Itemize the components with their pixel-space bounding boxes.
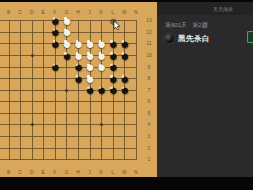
right-coord-8: 8: [148, 76, 151, 81]
right-coord-10: 10: [146, 53, 152, 58]
bottom-coord-B: B: [7, 170, 10, 175]
right-coord-2: 2: [148, 145, 151, 150]
puzzle-title: 第601天 · 第2题: [165, 22, 208, 29]
black-stone: ●: [49, 61, 61, 73]
bottom-coord-N: N: [134, 170, 138, 175]
bottom-coord-C: C: [18, 170, 22, 175]
white-stone: ●: [72, 50, 84, 62]
grid-line-row-1: [0, 159, 137, 160]
black-stone-icon: [165, 34, 174, 43]
bottom-coord-E: E: [42, 170, 45, 175]
task-label: 黑先杀白: [178, 34, 210, 43]
app-screen: AABBCCDDEEFFGGHHJJKKLLMMNN13121110987654…: [0, 0, 253, 190]
mouse-cursor-icon: [113, 21, 121, 31]
grid-line-row-2: [0, 148, 137, 149]
top-coord-H: H: [76, 10, 80, 15]
right-coord-7: 7: [148, 87, 151, 92]
right-coord-3: 3: [148, 134, 151, 139]
go-board[interactable]: AABBCCDDEEFFGGHHJJKKLLMMNN13121110987654…: [0, 2, 157, 177]
black-stone: ●: [119, 50, 131, 62]
top-coord-E: E: [42, 10, 45, 15]
top-coord-J: J: [88, 10, 91, 15]
bottom-coord-H: H: [76, 170, 80, 175]
bottom-coord-J: J: [88, 170, 91, 175]
right-coord-6: 6: [148, 99, 151, 104]
grid-line-row-5: [0, 113, 137, 114]
black-stone: ●: [119, 84, 131, 96]
bottom-coord-M: M: [122, 170, 126, 175]
right-coord-4: 4: [148, 122, 151, 127]
top-coord-C: C: [18, 10, 22, 15]
bottom-coord-F: F: [53, 170, 56, 175]
top-coord-N: N: [134, 10, 138, 15]
grid-line-row-4: [0, 124, 137, 125]
bottom-coord-K: K: [99, 170, 102, 175]
grid-line-row-6: [0, 101, 137, 102]
white-stone: ●: [84, 73, 96, 85]
black-stone: ●: [107, 84, 119, 96]
grid-line-row-3: [0, 136, 137, 137]
bottom-coord-L: L: [111, 170, 114, 175]
task-row: 黑先杀白: [165, 34, 210, 43]
top-coord-M: M: [122, 10, 126, 15]
right-coord-9: 9: [148, 64, 151, 69]
black-stone: ●: [96, 84, 108, 96]
side-panel: 天天闯关 第601天 · 第2题 黑先杀白: [157, 2, 253, 177]
black-stone: ●: [72, 73, 84, 85]
star-point: [100, 123, 103, 126]
right-coord-12: 12: [146, 29, 152, 34]
bottom-coord-D: D: [30, 170, 34, 175]
top-coord-B: B: [7, 10, 10, 15]
panel-header: 天天闯关: [157, 2, 253, 15]
black-stone: ●: [49, 38, 61, 50]
white-stone: ●: [96, 61, 108, 73]
top-coord-K: K: [99, 10, 102, 15]
right-coord-1: 1: [148, 157, 151, 162]
panel-header-label: 天天闯关: [213, 6, 233, 12]
bottom-coord-G: G: [64, 170, 68, 175]
white-stone: ●: [61, 38, 73, 50]
right-coord-13: 13: [146, 18, 152, 23]
top-coord-D: D: [30, 10, 34, 15]
right-coord-5: 5: [148, 110, 151, 115]
star-point: [65, 89, 68, 92]
right-coord-11: 11: [146, 41, 151, 46]
hint-button[interactable]: [247, 31, 253, 43]
star-point: [31, 54, 34, 57]
